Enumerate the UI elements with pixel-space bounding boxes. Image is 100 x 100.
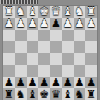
square-d6[interactable] (50, 65, 62, 77)
piece-black-rook[interactable]: ♜ (4, 88, 14, 99)
piece-black-bishop[interactable]: ♝ (63, 88, 73, 99)
piece-white-knight[interactable]: ♞ (74, 6, 84, 17)
square-d7[interactable]: ♟ (50, 77, 62, 89)
piece-white-pawn[interactable]: ♟ (4, 18, 14, 29)
piece-black-king[interactable]: ♚ (39, 88, 49, 99)
square-c2[interactable]: ♟ (62, 18, 74, 30)
square-b4[interactable] (74, 41, 86, 53)
square-d5[interactable] (50, 53, 62, 65)
square-h2[interactable]: ♟ (3, 18, 15, 30)
square-h6[interactable] (3, 65, 15, 77)
piece-black-pawn[interactable]: ♟ (27, 77, 37, 88)
square-c1[interactable]: ♝ (62, 6, 74, 18)
square-e4[interactable] (38, 41, 50, 53)
square-h8[interactable]: ♜ (3, 88, 15, 100)
piece-white-pawn[interactable]: ♟ (16, 18, 26, 29)
square-e7[interactable]: ♟ (38, 77, 50, 89)
piece-black-bishop[interactable]: ♝ (27, 88, 37, 99)
piece-black-pawn[interactable]: ♟ (39, 77, 49, 88)
piece-black-knight[interactable]: ♞ (74, 88, 84, 99)
square-h5[interactable] (3, 53, 15, 65)
piece-black-pawn[interactable]: ♟ (16, 77, 26, 88)
square-b2[interactable]: ♟ (74, 18, 86, 30)
piece-black-pawn[interactable]: ♟ (51, 77, 61, 88)
square-g3[interactable] (15, 30, 27, 42)
piece-black-pawn[interactable]: ♟ (51, 18, 61, 29)
square-b5[interactable] (74, 53, 86, 65)
square-b7[interactable]: ♟ (74, 77, 86, 89)
square-d3[interactable] (50, 30, 62, 42)
square-a2[interactable]: ♟ (85, 18, 97, 30)
square-f6[interactable] (27, 65, 39, 77)
square-f7[interactable]: ♟ (27, 77, 39, 89)
piece-black-knight[interactable]: ♞ (16, 88, 26, 99)
square-b1[interactable]: ♞ (74, 6, 86, 18)
window-title-strip (0, 0, 38, 4)
square-g7[interactable]: ♟ (15, 77, 27, 89)
piece-black-pawn[interactable]: ♟ (63, 77, 73, 88)
piece-white-pawn[interactable]: ♟ (39, 18, 49, 29)
square-b8[interactable]: ♞ (74, 88, 86, 100)
square-d1[interactable]: ♛ (50, 6, 62, 18)
square-f2[interactable]: ♟ (27, 18, 39, 30)
square-g6[interactable] (15, 65, 27, 77)
square-h3[interactable] (3, 30, 15, 42)
square-d2[interactable]: ♟ (50, 18, 62, 30)
piece-black-rook[interactable]: ♜ (86, 88, 96, 99)
square-f8[interactable]: ♝ (27, 88, 39, 100)
square-b3[interactable] (74, 30, 86, 42)
square-c8[interactable]: ♝ (62, 88, 74, 100)
square-d4[interactable] (50, 41, 62, 53)
square-g4[interactable] (15, 41, 27, 53)
square-c7[interactable]: ♟ (62, 77, 74, 89)
piece-white-queen[interactable]: ♛ (51, 6, 61, 17)
piece-white-king[interactable]: ♚ (39, 6, 49, 17)
piece-white-pawn[interactable]: ♟ (27, 18, 37, 29)
square-b6[interactable] (74, 65, 86, 77)
square-h4[interactable] (3, 41, 15, 53)
piece-white-bishop[interactable]: ♝ (63, 6, 73, 17)
square-e6[interactable] (38, 65, 50, 77)
piece-black-pawn[interactable]: ♟ (4, 77, 14, 88)
square-a6[interactable] (85, 65, 97, 77)
square-a4[interactable] (85, 41, 97, 53)
square-e3[interactable] (38, 30, 50, 42)
piece-white-bishop[interactable]: ♝ (27, 6, 37, 17)
square-d8[interactable]: ♛ (50, 88, 62, 100)
square-c5[interactable] (62, 53, 74, 65)
square-g2[interactable]: ♟ (15, 18, 27, 30)
square-a5[interactable] (85, 53, 97, 65)
square-e2[interactable]: ♟ (38, 18, 50, 30)
piece-white-pawn[interactable]: ♟ (86, 18, 96, 29)
piece-black-queen[interactable]: ♛ (51, 88, 61, 99)
square-h7[interactable]: ♟ (3, 77, 15, 89)
chess-board[interactable]: ♜♞♝♚♛♝♞♜♟♟♟♟♟♟♟♟♟♟♟♟♟♟♟♟♜♞♝♚♛♝♞♜ (3, 6, 97, 100)
square-a3[interactable] (85, 30, 97, 42)
square-e8[interactable]: ♚ (38, 88, 50, 100)
piece-white-pawn[interactable]: ♟ (74, 18, 84, 29)
square-c6[interactable] (62, 65, 74, 77)
square-g1[interactable]: ♞ (15, 6, 27, 18)
piece-white-pawn[interactable]: ♟ (63, 18, 73, 29)
square-f5[interactable] (27, 53, 39, 65)
square-e5[interactable] (38, 53, 50, 65)
piece-white-knight[interactable]: ♞ (16, 6, 26, 17)
square-h1[interactable]: ♜ (3, 6, 15, 18)
square-f4[interactable] (27, 41, 39, 53)
square-g5[interactable] (15, 53, 27, 65)
square-a8[interactable]: ♜ (85, 88, 97, 100)
square-f3[interactable] (27, 30, 39, 42)
square-a7[interactable]: ♟ (85, 77, 97, 89)
square-c4[interactable] (62, 41, 74, 53)
piece-black-pawn[interactable]: ♟ (86, 77, 96, 88)
square-g8[interactable]: ♞ (15, 88, 27, 100)
square-c3[interactable] (62, 30, 74, 42)
square-a1[interactable]: ♜ (85, 6, 97, 18)
piece-white-rook[interactable]: ♜ (86, 6, 96, 17)
piece-white-rook[interactable]: ♜ (4, 6, 14, 17)
piece-black-pawn[interactable]: ♟ (74, 77, 84, 88)
square-f1[interactable]: ♝ (27, 6, 39, 18)
square-e1[interactable]: ♚ (38, 6, 50, 18)
